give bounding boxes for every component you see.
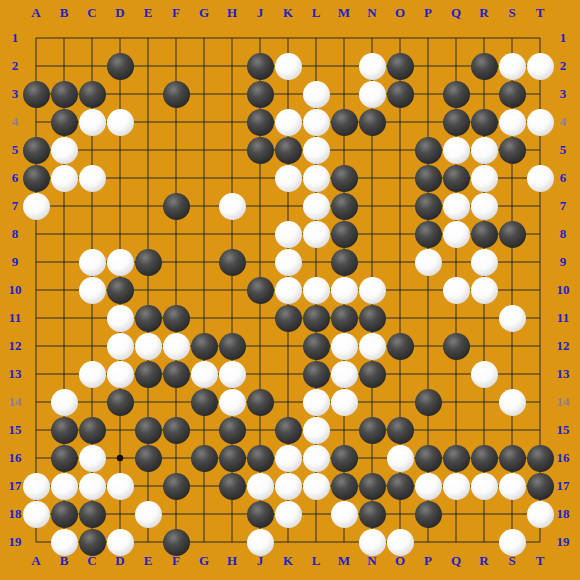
intersection-R15[interactable] — [470, 416, 498, 444]
white-stone-G13[interactable] — [191, 361, 218, 388]
white-stone-B19[interactable] — [51, 529, 78, 556]
intersection-K6[interactable] — [274, 164, 302, 192]
intersection-C8[interactable] — [78, 220, 106, 248]
white-stone-C16[interactable] — [79, 445, 106, 472]
intersection-G2[interactable] — [190, 52, 218, 80]
intersection-Q2[interactable] — [442, 52, 470, 80]
black-stone-M7[interactable] — [331, 193, 358, 220]
white-stone-K6[interactable] — [275, 165, 302, 192]
intersection-M12[interactable] — [330, 332, 358, 360]
white-stone-O19[interactable] — [387, 529, 414, 556]
black-stone-J4[interactable] — [247, 109, 274, 136]
intersection-F14[interactable] — [162, 388, 190, 416]
black-stone-L12[interactable] — [303, 333, 330, 360]
intersection-D18[interactable] — [106, 500, 134, 528]
white-stone-M12[interactable] — [331, 333, 358, 360]
intersection-R14[interactable] — [470, 388, 498, 416]
white-stone-S19[interactable] — [499, 529, 526, 556]
black-stone-M6[interactable] — [331, 165, 358, 192]
intersection-S1[interactable] — [498, 24, 526, 52]
intersection-G19[interactable] — [190, 528, 218, 556]
white-stone-C17[interactable] — [79, 473, 106, 500]
intersection-J2[interactable] — [246, 52, 274, 80]
white-stone-D17[interactable] — [107, 473, 134, 500]
white-stone-R9[interactable] — [471, 249, 498, 276]
white-stone-L17[interactable] — [303, 473, 330, 500]
intersection-E16[interactable] — [134, 444, 162, 472]
intersection-R6[interactable] — [470, 164, 498, 192]
intersection-E4[interactable] — [134, 108, 162, 136]
intersection-G11[interactable] — [190, 304, 218, 332]
white-stone-L14[interactable] — [303, 389, 330, 416]
black-stone-E16[interactable] — [135, 445, 162, 472]
intersection-L15[interactable] — [302, 416, 330, 444]
black-stone-F11[interactable] — [163, 305, 190, 332]
intersection-J18[interactable] — [246, 500, 274, 528]
intersection-E18[interactable] — [134, 500, 162, 528]
black-stone-F7[interactable] — [163, 193, 190, 220]
intersection-L9[interactable] — [302, 248, 330, 276]
intersection-R19[interactable] — [470, 528, 498, 556]
intersection-M4[interactable] — [330, 108, 358, 136]
intersection-T13[interactable] — [526, 360, 554, 388]
intersection-L2[interactable] — [302, 52, 330, 80]
intersection-O2[interactable] — [386, 52, 414, 80]
intersection-C16[interactable] — [78, 444, 106, 472]
intersection-L8[interactable] — [302, 220, 330, 248]
intersection-E3[interactable] — [134, 80, 162, 108]
intersection-N6[interactable] — [358, 164, 386, 192]
white-stone-C6[interactable] — [79, 165, 106, 192]
intersection-K16[interactable] — [274, 444, 302, 472]
intersection-B1[interactable] — [50, 24, 78, 52]
intersection-Q6[interactable] — [442, 164, 470, 192]
white-stone-J17[interactable] — [247, 473, 274, 500]
black-stone-N13[interactable] — [359, 361, 386, 388]
black-stone-L11[interactable] — [303, 305, 330, 332]
white-stone-D13[interactable] — [107, 361, 134, 388]
intersection-B7[interactable] — [50, 192, 78, 220]
intersection-D17[interactable] — [106, 472, 134, 500]
intersection-S8[interactable] — [498, 220, 526, 248]
intersection-P4[interactable] — [414, 108, 442, 136]
black-stone-T17[interactable] — [527, 473, 554, 500]
intersection-E11[interactable] — [134, 304, 162, 332]
white-stone-L7[interactable] — [303, 193, 330, 220]
black-stone-M11[interactable] — [331, 305, 358, 332]
go-board[interactable]: AABBCCDDEEFFGGHHJJKKLLMMNNOOPPQQRRSSTT11… — [0, 0, 580, 580]
intersection-B2[interactable] — [50, 52, 78, 80]
intersection-Q7[interactable] — [442, 192, 470, 220]
intersection-G9[interactable] — [190, 248, 218, 276]
intersection-Q4[interactable] — [442, 108, 470, 136]
intersection-C3[interactable] — [78, 80, 106, 108]
intersection-L5[interactable] — [302, 136, 330, 164]
white-stone-C9[interactable] — [79, 249, 106, 276]
black-stone-E11[interactable] — [135, 305, 162, 332]
intersection-S5[interactable] — [498, 136, 526, 164]
black-stone-B18[interactable] — [51, 501, 78, 528]
intersection-D5[interactable] — [106, 136, 134, 164]
intersection-N4[interactable] — [358, 108, 386, 136]
intersection-E12[interactable] — [134, 332, 162, 360]
intersection-N3[interactable] — [358, 80, 386, 108]
intersection-H7[interactable] — [218, 192, 246, 220]
black-stone-Q16[interactable] — [443, 445, 470, 472]
intersection-N10[interactable] — [358, 276, 386, 304]
intersection-D15[interactable] — [106, 416, 134, 444]
intersection-M3[interactable] — [330, 80, 358, 108]
intersection-O18[interactable] — [386, 500, 414, 528]
white-stone-N3[interactable] — [359, 81, 386, 108]
intersection-E8[interactable] — [134, 220, 162, 248]
white-stone-T6[interactable] — [527, 165, 554, 192]
white-stone-K9[interactable] — [275, 249, 302, 276]
white-stone-T18[interactable] — [527, 501, 554, 528]
intersection-J6[interactable] — [246, 164, 274, 192]
intersection-T17[interactable] — [526, 472, 554, 500]
intersection-P11[interactable] — [414, 304, 442, 332]
intersection-B18[interactable] — [50, 500, 78, 528]
intersection-T8[interactable] — [526, 220, 554, 248]
black-stone-F17[interactable] — [163, 473, 190, 500]
white-stone-Q7[interactable] — [443, 193, 470, 220]
intersection-C1[interactable] — [78, 24, 106, 52]
black-stone-Q12[interactable] — [443, 333, 470, 360]
intersection-B16[interactable] — [50, 444, 78, 472]
white-stone-M13[interactable] — [331, 361, 358, 388]
intersection-J8[interactable] — [246, 220, 274, 248]
intersection-G4[interactable] — [190, 108, 218, 136]
intersection-M2[interactable] — [330, 52, 358, 80]
intersection-T16[interactable] — [526, 444, 554, 472]
intersection-R1[interactable] — [470, 24, 498, 52]
intersection-T5[interactable] — [526, 136, 554, 164]
white-stone-D19[interactable] — [107, 529, 134, 556]
intersection-N2[interactable] — [358, 52, 386, 80]
intersection-L12[interactable] — [302, 332, 330, 360]
white-stone-C10[interactable] — [79, 277, 106, 304]
intersection-R11[interactable] — [470, 304, 498, 332]
intersection-C14[interactable] — [78, 388, 106, 416]
intersection-G15[interactable] — [190, 416, 218, 444]
white-stone-T4[interactable] — [527, 109, 554, 136]
intersection-O7[interactable] — [386, 192, 414, 220]
intersection-R16[interactable] — [470, 444, 498, 472]
black-stone-F19[interactable] — [163, 529, 190, 556]
intersection-P16[interactable] — [414, 444, 442, 472]
intersection-H6[interactable] — [218, 164, 246, 192]
black-stone-E15[interactable] — [135, 417, 162, 444]
intersection-F17[interactable] — [162, 472, 190, 500]
intersection-L13[interactable] — [302, 360, 330, 388]
intersection-L4[interactable] — [302, 108, 330, 136]
intersection-J14[interactable] — [246, 388, 274, 416]
intersection-T9[interactable] — [526, 248, 554, 276]
intersection-S18[interactable] — [498, 500, 526, 528]
intersection-D3[interactable] — [106, 80, 134, 108]
intersection-T2[interactable] — [526, 52, 554, 80]
intersection-O16[interactable] — [386, 444, 414, 472]
intersection-T11[interactable] — [526, 304, 554, 332]
intersection-B4[interactable] — [50, 108, 78, 136]
intersection-G7[interactable] — [190, 192, 218, 220]
black-stone-H9[interactable] — [219, 249, 246, 276]
intersection-C6[interactable] — [78, 164, 106, 192]
white-stone-P9[interactable] — [415, 249, 442, 276]
intersection-R12[interactable] — [470, 332, 498, 360]
intersection-Q1[interactable] — [442, 24, 470, 52]
intersection-D7[interactable] — [106, 192, 134, 220]
intersection-H9[interactable] — [218, 248, 246, 276]
intersection-P14[interactable] — [414, 388, 442, 416]
white-stone-M10[interactable] — [331, 277, 358, 304]
intersection-M7[interactable] — [330, 192, 358, 220]
intersection-M10[interactable] — [330, 276, 358, 304]
intersection-G16[interactable] — [190, 444, 218, 472]
black-stone-C3[interactable] — [79, 81, 106, 108]
black-stone-S8[interactable] — [499, 221, 526, 248]
intersection-J1[interactable] — [246, 24, 274, 52]
intersection-D11[interactable] — [106, 304, 134, 332]
white-stone-L3[interactable] — [303, 81, 330, 108]
black-stone-P18[interactable] — [415, 501, 442, 528]
black-stone-J18[interactable] — [247, 501, 274, 528]
white-stone-N19[interactable] — [359, 529, 386, 556]
intersection-O3[interactable] — [386, 80, 414, 108]
black-stone-M16[interactable] — [331, 445, 358, 472]
intersection-L11[interactable] — [302, 304, 330, 332]
intersection-S9[interactable] — [498, 248, 526, 276]
black-stone-J3[interactable] — [247, 81, 274, 108]
white-stone-H14[interactable] — [219, 389, 246, 416]
intersection-K12[interactable] — [274, 332, 302, 360]
intersection-N9[interactable] — [358, 248, 386, 276]
intersection-K13[interactable] — [274, 360, 302, 388]
intersection-D4[interactable] — [106, 108, 134, 136]
intersection-O1[interactable] — [386, 24, 414, 52]
intersection-S14[interactable] — [498, 388, 526, 416]
intersection-F6[interactable] — [162, 164, 190, 192]
intersection-P12[interactable] — [414, 332, 442, 360]
white-stone-D12[interactable] — [107, 333, 134, 360]
white-stone-R17[interactable] — [471, 473, 498, 500]
black-stone-T16[interactable] — [527, 445, 554, 472]
intersection-G5[interactable] — [190, 136, 218, 164]
white-stone-K16[interactable] — [275, 445, 302, 472]
intersection-D2[interactable] — [106, 52, 134, 80]
intersection-J9[interactable] — [246, 248, 274, 276]
white-stone-D9[interactable] — [107, 249, 134, 276]
intersection-K5[interactable] — [274, 136, 302, 164]
black-stone-Q3[interactable] — [443, 81, 470, 108]
white-stone-B5[interactable] — [51, 137, 78, 164]
intersection-C19[interactable] — [78, 528, 106, 556]
intersection-B11[interactable] — [50, 304, 78, 332]
intersection-K10[interactable] — [274, 276, 302, 304]
intersection-D16[interactable] — [106, 444, 134, 472]
intersection-L16[interactable] — [302, 444, 330, 472]
intersection-J11[interactable] — [246, 304, 274, 332]
intersection-B9[interactable] — [50, 248, 78, 276]
black-stone-C19[interactable] — [79, 529, 106, 556]
intersection-H8[interactable] — [218, 220, 246, 248]
white-stone-E18[interactable] — [135, 501, 162, 528]
intersection-R3[interactable] — [470, 80, 498, 108]
intersection-C9[interactable] — [78, 248, 106, 276]
white-stone-K2[interactable] — [275, 53, 302, 80]
intersection-D19[interactable] — [106, 528, 134, 556]
intersection-M8[interactable] — [330, 220, 358, 248]
intersection-K14[interactable] — [274, 388, 302, 416]
black-stone-B15[interactable] — [51, 417, 78, 444]
black-stone-B3[interactable] — [51, 81, 78, 108]
intersection-K9[interactable] — [274, 248, 302, 276]
intersection-P3[interactable] — [414, 80, 442, 108]
intersection-P6[interactable] — [414, 164, 442, 192]
white-stone-L5[interactable] — [303, 137, 330, 164]
white-stone-D4[interactable] — [107, 109, 134, 136]
black-stone-N11[interactable] — [359, 305, 386, 332]
intersection-Q18[interactable] — [442, 500, 470, 528]
intersection-L17[interactable] — [302, 472, 330, 500]
intersection-M13[interactable] — [330, 360, 358, 388]
white-stone-M14[interactable] — [331, 389, 358, 416]
intersection-T18[interactable] — [526, 500, 554, 528]
intersection-L19[interactable] — [302, 528, 330, 556]
intersection-D8[interactable] — [106, 220, 134, 248]
intersection-O15[interactable] — [386, 416, 414, 444]
intersection-H4[interactable] — [218, 108, 246, 136]
intersection-H5[interactable] — [218, 136, 246, 164]
black-stone-R4[interactable] — [471, 109, 498, 136]
black-stone-R16[interactable] — [471, 445, 498, 472]
intersection-B3[interactable] — [50, 80, 78, 108]
intersection-M9[interactable] — [330, 248, 358, 276]
intersection-P2[interactable] — [414, 52, 442, 80]
intersection-N16[interactable] — [358, 444, 386, 472]
black-stone-S5[interactable] — [499, 137, 526, 164]
intersection-Q11[interactable] — [442, 304, 470, 332]
black-stone-S16[interactable] — [499, 445, 526, 472]
black-stone-H17[interactable] — [219, 473, 246, 500]
intersection-B14[interactable] — [50, 388, 78, 416]
intersection-S10[interactable] — [498, 276, 526, 304]
intersection-M14[interactable] — [330, 388, 358, 416]
black-stone-B16[interactable] — [51, 445, 78, 472]
intersection-G10[interactable] — [190, 276, 218, 304]
black-stone-P8[interactable] — [415, 221, 442, 248]
black-stone-E13[interactable] — [135, 361, 162, 388]
intersection-C2[interactable] — [78, 52, 106, 80]
black-stone-M8[interactable] — [331, 221, 358, 248]
intersection-P7[interactable] — [414, 192, 442, 220]
white-stone-R13[interactable] — [471, 361, 498, 388]
intersection-F7[interactable] — [162, 192, 190, 220]
white-stone-R6[interactable] — [471, 165, 498, 192]
intersection-L3[interactable] — [302, 80, 330, 108]
black-stone-S3[interactable] — [499, 81, 526, 108]
intersection-B8[interactable] — [50, 220, 78, 248]
intersection-Q16[interactable] — [442, 444, 470, 472]
intersection-T7[interactable] — [526, 192, 554, 220]
black-stone-Q6[interactable] — [443, 165, 470, 192]
intersection-F8[interactable] — [162, 220, 190, 248]
white-stone-H7[interactable] — [219, 193, 246, 220]
intersection-G13[interactable] — [190, 360, 218, 388]
intersection-H16[interactable] — [218, 444, 246, 472]
intersection-F9[interactable] — [162, 248, 190, 276]
intersection-D1[interactable] — [106, 24, 134, 52]
intersection-M16[interactable] — [330, 444, 358, 472]
intersection-O10[interactable] — [386, 276, 414, 304]
intersection-P1[interactable] — [414, 24, 442, 52]
intersection-E17[interactable] — [134, 472, 162, 500]
intersection-P5[interactable] — [414, 136, 442, 164]
intersection-T15[interactable] — [526, 416, 554, 444]
black-stone-O17[interactable] — [387, 473, 414, 500]
intersection-T14[interactable] — [526, 388, 554, 416]
white-stone-S11[interactable] — [499, 305, 526, 332]
black-stone-K11[interactable] — [275, 305, 302, 332]
intersection-H10[interactable] — [218, 276, 246, 304]
intersection-S19[interactable] — [498, 528, 526, 556]
white-stone-L15[interactable] — [303, 417, 330, 444]
intersection-G17[interactable] — [190, 472, 218, 500]
black-stone-O2[interactable] — [387, 53, 414, 80]
white-stone-Q17[interactable] — [443, 473, 470, 500]
intersection-E19[interactable] — [134, 528, 162, 556]
intersection-N8[interactable] — [358, 220, 386, 248]
intersection-H19[interactable] — [218, 528, 246, 556]
intersection-T19[interactable] — [526, 528, 554, 556]
intersection-Q10[interactable] — [442, 276, 470, 304]
intersection-B6[interactable] — [50, 164, 78, 192]
intersection-Q15[interactable] — [442, 416, 470, 444]
white-stone-K10[interactable] — [275, 277, 302, 304]
white-stone-L10[interactable] — [303, 277, 330, 304]
intersection-J13[interactable] — [246, 360, 274, 388]
black-stone-D10[interactable] — [107, 277, 134, 304]
intersection-M5[interactable] — [330, 136, 358, 164]
black-stone-J5[interactable] — [247, 137, 274, 164]
intersection-O19[interactable] — [386, 528, 414, 556]
intersection-L7[interactable] — [302, 192, 330, 220]
intersection-G18[interactable] — [190, 500, 218, 528]
white-stone-E12[interactable] — [135, 333, 162, 360]
black-stone-O3[interactable] — [387, 81, 414, 108]
white-stone-K18[interactable] — [275, 501, 302, 528]
intersection-C10[interactable] — [78, 276, 106, 304]
intersection-D9[interactable] — [106, 248, 134, 276]
black-stone-E9[interactable] — [135, 249, 162, 276]
intersection-D14[interactable] — [106, 388, 134, 416]
intersection-S15[interactable] — [498, 416, 526, 444]
intersection-D12[interactable] — [106, 332, 134, 360]
intersection-F1[interactable] — [162, 24, 190, 52]
black-stone-K15[interactable] — [275, 417, 302, 444]
intersection-G1[interactable] — [190, 24, 218, 52]
intersection-Q17[interactable] — [442, 472, 470, 500]
intersection-O4[interactable] — [386, 108, 414, 136]
intersection-E13[interactable] — [134, 360, 162, 388]
black-stone-D14[interactable] — [107, 389, 134, 416]
intersection-M6[interactable] — [330, 164, 358, 192]
black-stone-B4[interactable] — [51, 109, 78, 136]
intersection-G14[interactable] — [190, 388, 218, 416]
black-stone-N4[interactable] — [359, 109, 386, 136]
white-stone-K8[interactable] — [275, 221, 302, 248]
